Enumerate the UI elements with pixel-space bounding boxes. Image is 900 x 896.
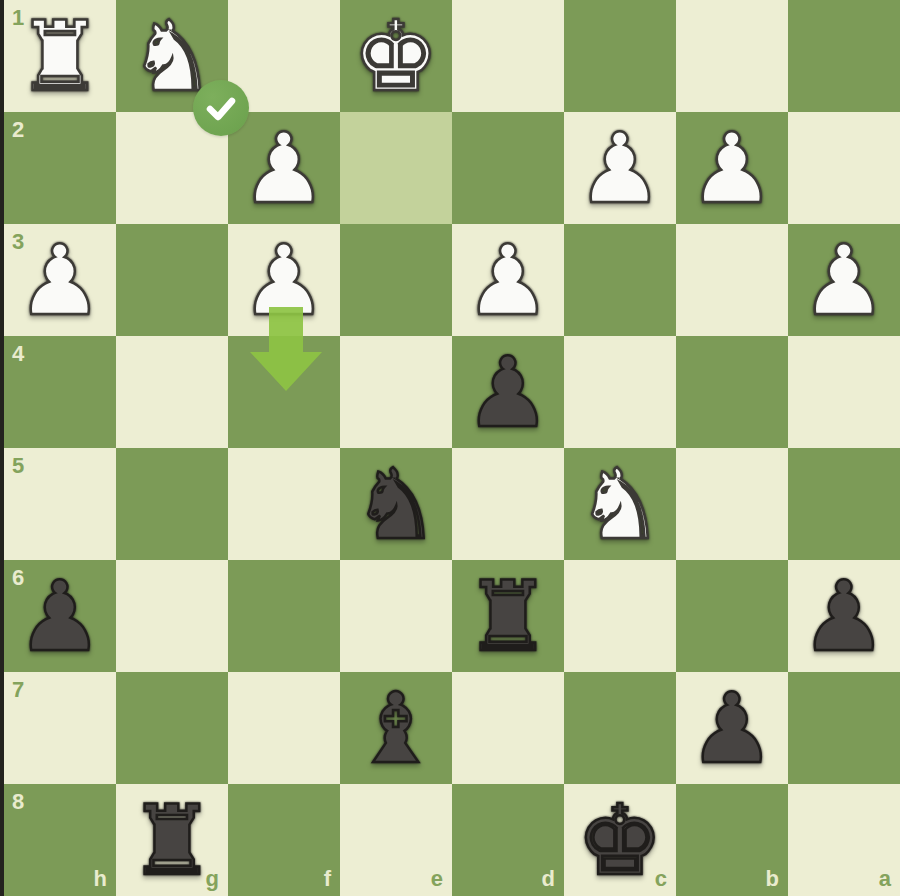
- square-b4[interactable]: [676, 336, 788, 448]
- square-h7[interactable]: 7: [4, 672, 116, 784]
- square-h4[interactable]: 4: [4, 336, 116, 448]
- square-a5[interactable]: [788, 448, 900, 560]
- piece-bR-d6[interactable]: ♜: [452, 560, 564, 672]
- square-e7[interactable]: ♝: [340, 672, 452, 784]
- square-d2[interactable]: [452, 112, 564, 224]
- file-label-b: b: [766, 868, 779, 890]
- rank-label-7: 7: [12, 679, 24, 701]
- square-f6[interactable]: [228, 560, 340, 672]
- square-a6[interactable]: ♟: [788, 560, 900, 672]
- piece-bR-g8[interactable]: ♜: [116, 784, 228, 896]
- file-label-e: e: [431, 868, 443, 890]
- file-label-h: h: [94, 868, 107, 890]
- square-g5[interactable]: [116, 448, 228, 560]
- square-a8[interactable]: a: [788, 784, 900, 896]
- rank-label-5: 5: [12, 455, 24, 477]
- piece-bP-d4[interactable]: ♟: [452, 336, 564, 448]
- square-b7[interactable]: ♟: [676, 672, 788, 784]
- square-d4[interactable]: ♟: [452, 336, 564, 448]
- square-e1[interactable]: ♚: [340, 0, 452, 112]
- square-a1[interactable]: [788, 0, 900, 112]
- square-d8[interactable]: d: [452, 784, 564, 896]
- square-b3[interactable]: [676, 224, 788, 336]
- square-f4[interactable]: [228, 336, 340, 448]
- piece-bB-e7[interactable]: ♝: [340, 672, 452, 784]
- piece-wP-f2[interactable]: ♟: [228, 112, 340, 224]
- piece-bK-c8[interactable]: ♚: [564, 784, 676, 896]
- square-h6[interactable]: 6♟: [4, 560, 116, 672]
- square-h8[interactable]: 8h: [4, 784, 116, 896]
- square-h2[interactable]: 2: [4, 112, 116, 224]
- square-c2[interactable]: ♟: [564, 112, 676, 224]
- square-h3[interactable]: 3♟: [4, 224, 116, 336]
- chess-board: 1♜♞♚2♟♟♟3♟♟♟♟4♟5♞♞6♟♜♟7♝♟8hg♜fedc♚ba: [4, 0, 900, 896]
- file-label-a: a: [879, 868, 891, 890]
- piece-wP-h3[interactable]: ♟: [4, 224, 116, 336]
- piece-wN-c5[interactable]: ♞: [564, 448, 676, 560]
- square-e3[interactable]: [340, 224, 452, 336]
- piece-wP-b2[interactable]: ♟: [676, 112, 788, 224]
- square-a2[interactable]: [788, 112, 900, 224]
- piece-wP-c2[interactable]: ♟: [564, 112, 676, 224]
- square-b6[interactable]: [676, 560, 788, 672]
- square-g4[interactable]: [116, 336, 228, 448]
- square-d7[interactable]: [452, 672, 564, 784]
- square-a3[interactable]: ♟: [788, 224, 900, 336]
- square-b5[interactable]: [676, 448, 788, 560]
- square-e4[interactable]: [340, 336, 452, 448]
- piece-wK-e1[interactable]: ♚: [340, 0, 452, 112]
- rank-label-8: 8: [12, 791, 24, 813]
- square-c1[interactable]: [564, 0, 676, 112]
- rank-label-2: 2: [12, 119, 24, 141]
- piece-bP-a6[interactable]: ♟: [788, 560, 900, 672]
- file-label-f: f: [324, 868, 331, 890]
- file-label-d: d: [542, 868, 555, 890]
- square-f2[interactable]: ♟: [228, 112, 340, 224]
- square-c5[interactable]: ♞: [564, 448, 676, 560]
- square-c7[interactable]: [564, 672, 676, 784]
- square-g8[interactable]: g♜: [116, 784, 228, 896]
- piece-bP-h6[interactable]: ♟: [4, 560, 116, 672]
- square-c8[interactable]: c♚: [564, 784, 676, 896]
- square-g7[interactable]: [116, 672, 228, 784]
- piece-wP-f3[interactable]: ♟: [228, 224, 340, 336]
- square-b2[interactable]: ♟: [676, 112, 788, 224]
- square-c4[interactable]: [564, 336, 676, 448]
- square-f3[interactable]: ♟: [228, 224, 340, 336]
- piece-bN-e5[interactable]: ♞: [340, 448, 452, 560]
- piece-wR-h1[interactable]: ♜: [4, 0, 116, 112]
- square-e6[interactable]: [340, 560, 452, 672]
- piece-wP-d3[interactable]: ♟: [452, 224, 564, 336]
- square-h1[interactable]: 1♜: [4, 0, 116, 112]
- square-g3[interactable]: [116, 224, 228, 336]
- checkmark-icon: [202, 89, 240, 127]
- piece-bP-b7[interactable]: ♟: [676, 672, 788, 784]
- square-f8[interactable]: f: [228, 784, 340, 896]
- square-e8[interactable]: e: [340, 784, 452, 896]
- square-e2[interactable]: [340, 112, 452, 224]
- rank-label-4: 4: [12, 343, 24, 365]
- square-d5[interactable]: [452, 448, 564, 560]
- square-d3[interactable]: ♟: [452, 224, 564, 336]
- square-e5[interactable]: ♞: [340, 448, 452, 560]
- square-f5[interactable]: [228, 448, 340, 560]
- square-a4[interactable]: [788, 336, 900, 448]
- square-b8[interactable]: b: [676, 784, 788, 896]
- square-h5[interactable]: 5: [4, 448, 116, 560]
- piece-wP-a3[interactable]: ♟: [788, 224, 900, 336]
- square-g6[interactable]: [116, 560, 228, 672]
- square-b1[interactable]: [676, 0, 788, 112]
- square-d1[interactable]: [452, 0, 564, 112]
- correct-move-badge: [193, 80, 249, 136]
- square-c3[interactable]: [564, 224, 676, 336]
- square-d6[interactable]: ♜: [452, 560, 564, 672]
- square-a7[interactable]: [788, 672, 900, 784]
- square-c6[interactable]: [564, 560, 676, 672]
- square-f7[interactable]: [228, 672, 340, 784]
